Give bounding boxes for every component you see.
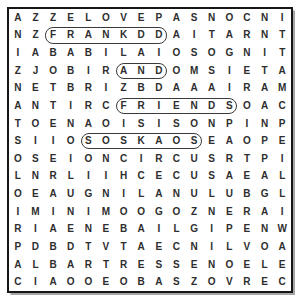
grid-cell[interactable]: V — [238, 238, 256, 256]
grid-cell[interactable]: N — [27, 168, 45, 186]
grid-cell[interactable]: O — [221, 9, 239, 27]
grid-cell[interactable]: A — [256, 203, 274, 221]
grid-cell[interactable]: A — [256, 80, 274, 98]
grid-cell[interactable]: D — [27, 238, 45, 256]
grid-cell[interactable]: K — [115, 27, 133, 45]
grid-cell[interactable]: B — [132, 273, 150, 291]
grid-cell[interactable]: I — [150, 115, 168, 133]
grid-cell[interactable]: E — [238, 221, 256, 239]
grid-cell[interactable]: N — [185, 97, 203, 115]
grid-cell[interactable]: G — [80, 185, 98, 203]
grid-cell[interactable]: E — [168, 97, 186, 115]
grid-cell[interactable]: E — [185, 256, 203, 274]
grid-cell[interactable]: B — [44, 44, 62, 62]
grid-cell[interactable]: B — [44, 256, 62, 274]
grid-cell[interactable]: O — [9, 150, 27, 168]
grid-cell[interactable]: D — [150, 27, 168, 45]
grid-cell[interactable]: Z — [27, 9, 45, 27]
grid-cell[interactable]: O — [97, 115, 115, 133]
grid-cell[interactable]: I — [115, 185, 133, 203]
grid-cell[interactable]: O — [115, 273, 133, 291]
grid-cell[interactable]: E — [132, 256, 150, 274]
grid-cell[interactable]: C — [115, 150, 133, 168]
grid-cell[interactable]: S — [203, 62, 221, 80]
grid-cell[interactable]: E — [273, 132, 291, 150]
grid-cell[interactable]: O — [185, 115, 203, 133]
grid-cell[interactable]: U — [62, 185, 80, 203]
grid-cell[interactable]: N — [238, 44, 256, 62]
grid-cell[interactable]: B — [80, 44, 98, 62]
grid-cell[interactable]: L — [132, 185, 150, 203]
grid-cell[interactable]: E — [273, 256, 291, 274]
grid-cell[interactable]: O — [203, 273, 221, 291]
grid-cell[interactable]: A — [132, 44, 150, 62]
grid-cell[interactable]: N — [97, 150, 115, 168]
grid-cell[interactable]: I — [203, 221, 221, 239]
grid-cell[interactable]: S — [203, 150, 221, 168]
grid-cell[interactable]: E — [238, 168, 256, 186]
grid-cell[interactable]: N — [132, 62, 150, 80]
grid-cell[interactable]: K — [132, 132, 150, 150]
grid-cell[interactable]: T — [273, 27, 291, 45]
grid-cell[interactable]: A — [256, 168, 274, 186]
grid-cell[interactable]: W — [273, 221, 291, 239]
grid-cell[interactable]: I — [44, 132, 62, 150]
grid-cell[interactable]: T — [80, 238, 98, 256]
word-search-page: AZZELOVEPASNOCNINZFRANKDDAITARNTIABABILA… — [0, 0, 300, 300]
grid-cell[interactable]: I — [80, 62, 98, 80]
grid-cell[interactable]: R — [150, 150, 168, 168]
grid-cell[interactable]: J — [27, 62, 45, 80]
grid-cell[interactable]: C — [97, 97, 115, 115]
grid-cell[interactable]: B — [115, 221, 133, 239]
grid-cell[interactable]: N — [203, 9, 221, 27]
grid-cell[interactable]: I — [273, 150, 291, 168]
grid-cell[interactable]: A — [168, 9, 186, 27]
grid-cell[interactable]: N — [9, 80, 27, 98]
grid-cell[interactable]: N — [203, 115, 221, 133]
grid-cell[interactable]: A — [221, 132, 239, 150]
grid-cell[interactable]: E — [238, 62, 256, 80]
grid-cell[interactable]: Z — [115, 80, 133, 98]
grid-cell[interactable]: O — [80, 273, 98, 291]
grid-cell[interactable]: I — [27, 221, 45, 239]
grid-cell[interactable]: A — [44, 221, 62, 239]
grid-cell[interactable]: G — [221, 44, 239, 62]
grid-cell[interactable]: A — [150, 273, 168, 291]
grid-cell[interactable]: A — [185, 80, 203, 98]
grid-cell[interactable]: O — [62, 132, 80, 150]
grid-cell[interactable]: N — [97, 27, 115, 45]
grid-cell[interactable]: R — [238, 27, 256, 45]
grid-cell[interactable]: A — [168, 80, 186, 98]
grid-cell[interactable]: T — [44, 97, 62, 115]
grid-cell[interactable]: N — [185, 238, 203, 256]
grid-cell[interactable]: B — [132, 80, 150, 98]
grid-cell[interactable]: T — [273, 44, 291, 62]
grid-cell[interactable]: A — [9, 97, 27, 115]
grid-cell[interactable]: A — [221, 27, 239, 45]
grid-cell[interactable]: O — [62, 273, 80, 291]
grid-cell[interactable]: D — [150, 62, 168, 80]
grid-cell[interactable]: L — [9, 168, 27, 186]
grid-cell[interactable]: E — [44, 150, 62, 168]
grid-cell[interactable]: D — [62, 238, 80, 256]
grid-cell[interactable]: C — [168, 238, 186, 256]
grid-cell[interactable]: O — [256, 238, 274, 256]
grid-cell[interactable]: I — [97, 80, 115, 98]
grid-cell[interactable]: M — [273, 80, 291, 98]
grid-cell[interactable]: V — [97, 238, 115, 256]
grid-cell[interactable]: B — [44, 238, 62, 256]
grid-cell[interactable]: N — [256, 115, 274, 133]
grid-cell[interactable]: T — [44, 80, 62, 98]
grid-cell[interactable]: M — [27, 203, 45, 221]
grid-cell[interactable]: S — [185, 9, 203, 27]
grid-cell[interactable]: A — [221, 168, 239, 186]
grid-cell[interactable]: E — [150, 238, 168, 256]
grid-cell[interactable]: E — [132, 9, 150, 27]
grid-cell[interactable]: S — [168, 115, 186, 133]
grid-cell[interactable]: U — [185, 150, 203, 168]
grid-cell[interactable]: E — [221, 203, 239, 221]
grid-cell[interactable]: S — [203, 168, 221, 186]
grid-cell[interactable]: C — [132, 168, 150, 186]
grid-cell[interactable]: O — [115, 203, 133, 221]
grid-cell[interactable]: R — [132, 97, 150, 115]
grid-cell[interactable]: O — [203, 44, 221, 62]
grid-cell[interactable]: S — [150, 256, 168, 274]
grid-cell[interactable]: D — [132, 27, 150, 45]
grid-cell[interactable]: T — [256, 62, 274, 80]
grid-cell[interactable]: E — [44, 115, 62, 133]
grid-cell[interactable]: I — [97, 168, 115, 186]
grid-cell[interactable]: I — [80, 168, 98, 186]
grid-cell[interactable]: L — [203, 185, 221, 203]
grid-cell[interactable]: S — [27, 150, 45, 168]
grid-cell[interactable]: I — [273, 203, 291, 221]
grid-cell[interactable]: E — [150, 168, 168, 186]
grid-cell[interactable]: O — [168, 44, 186, 62]
grid-cell[interactable]: I — [150, 97, 168, 115]
grid-cell[interactable]: N — [9, 27, 27, 45]
grid-cell[interactable]: A — [273, 62, 291, 80]
grid-cell[interactable]: P — [256, 132, 274, 150]
grid-cell[interactable]: T — [9, 115, 27, 133]
grid-cell[interactable]: P — [150, 9, 168, 27]
grid-cell[interactable]: S — [80, 132, 98, 150]
grid-cell[interactable]: R — [238, 203, 256, 221]
grid-cell[interactable]: I — [27, 132, 45, 150]
word-search-board: AZZELOVEPASNOCNINZFRANKDDAITARNTIABABILA… — [7, 7, 293, 293]
grid-cell[interactable]: I — [80, 203, 98, 221]
grid-cell[interactable]: V — [115, 9, 133, 27]
grid-cell[interactable]: N — [203, 203, 221, 221]
grid-cell[interactable]: S — [9, 132, 27, 150]
grid-cell[interactable]: A — [27, 44, 45, 62]
grid-cell[interactable]: L — [62, 168, 80, 186]
grid-cell[interactable]: C — [238, 9, 256, 27]
grid-cell[interactable]: I — [132, 150, 150, 168]
grid-cell[interactable]: C — [9, 273, 27, 291]
letter-grid: AZZELOVEPASNOCNINZFRANKDDAITARNTIABABILA… — [9, 9, 291, 291]
grid-cell[interactable]: R — [44, 168, 62, 186]
grid-cell[interactable]: F — [115, 97, 133, 115]
grid-cell[interactable]: O — [97, 132, 115, 150]
grid-cell[interactable]: A — [273, 238, 291, 256]
grid-cell[interactable]: D — [203, 97, 221, 115]
grid-cell[interactable]: Z — [27, 27, 45, 45]
grid-cell[interactable]: U — [185, 168, 203, 186]
grid-cell[interactable]: E — [203, 132, 221, 150]
grid-cell[interactable]: C — [168, 168, 186, 186]
grid-cell[interactable]: A — [44, 273, 62, 291]
grid-cell[interactable]: A — [62, 256, 80, 274]
grid-cell[interactable]: O — [168, 203, 186, 221]
grid-cell[interactable]: T — [238, 150, 256, 168]
grid-cell[interactable]: L — [221, 238, 239, 256]
grid-cell[interactable]: U — [221, 185, 239, 203]
grid-cell[interactable]: P — [256, 150, 274, 168]
grid-cell[interactable]: I — [185, 27, 203, 45]
grid-cell[interactable]: O — [27, 115, 45, 133]
grid-cell[interactable]: B — [62, 62, 80, 80]
grid-cell[interactable]: I — [9, 44, 27, 62]
grid-cell[interactable]: O — [9, 185, 27, 203]
grid-cell[interactable]: I — [62, 97, 80, 115]
grid-cell[interactable]: A — [44, 185, 62, 203]
grid-cell[interactable]: P — [273, 115, 291, 133]
grid-cell[interactable]: N — [80, 221, 98, 239]
grid-cell[interactable]: F — [44, 27, 62, 45]
grid-cell[interactable]: I — [238, 115, 256, 133]
grid-cell[interactable]: C — [273, 273, 291, 291]
grid-cell[interactable]: S — [168, 273, 186, 291]
grid-cell[interactable]: M — [97, 203, 115, 221]
grid-cell[interactable]: A — [168, 27, 186, 45]
grid-cell[interactable]: R — [115, 256, 133, 274]
grid-cell[interactable]: A — [150, 132, 168, 150]
grid-cell[interactable]: A — [9, 256, 27, 274]
grid-cell[interactable]: I — [115, 115, 133, 133]
grid-cell[interactable]: I — [27, 273, 45, 291]
grid-cell[interactable]: R — [238, 273, 256, 291]
grid-cell[interactable]: M — [185, 62, 203, 80]
grid-cell[interactable]: P — [221, 115, 239, 133]
grid-cell[interactable]: O — [238, 132, 256, 150]
grid-cell[interactable]: N — [62, 203, 80, 221]
grid-cell[interactable]: I — [150, 221, 168, 239]
grid-cell[interactable]: G — [256, 185, 274, 203]
grid-cell[interactable]: D — [150, 80, 168, 98]
grid-cell[interactable]: A — [80, 115, 98, 133]
grid-cell[interactable]: C — [273, 97, 291, 115]
grid-cell[interactable]: I — [221, 62, 239, 80]
grid-cell[interactable]: G — [150, 203, 168, 221]
grid-cell[interactable]: N — [203, 256, 221, 274]
grid-cell[interactable]: B — [238, 185, 256, 203]
grid-cell[interactable]: N — [27, 97, 45, 115]
grid-cell[interactable]: S — [185, 44, 203, 62]
grid-cell[interactable]: R — [80, 80, 98, 98]
grid-cell[interactable]: I — [44, 203, 62, 221]
grid-cell[interactable]: B — [62, 80, 80, 98]
grid-cell[interactable]: E — [256, 273, 274, 291]
grid-cell[interactable]: I — [62, 150, 80, 168]
grid-cell[interactable]: T — [97, 256, 115, 274]
grid-cell[interactable]: O — [97, 9, 115, 27]
grid-cell[interactable]: L — [168, 221, 186, 239]
grid-cell[interactable]: P — [221, 221, 239, 239]
grid-cell[interactable]: L — [273, 168, 291, 186]
grid-cell[interactable]: A — [62, 44, 80, 62]
grid-cell[interactable]: T — [115, 238, 133, 256]
grid-cell[interactable]: Z — [185, 273, 203, 291]
grid-cell[interactable]: L — [80, 9, 98, 27]
grid-cell[interactable]: R — [221, 150, 239, 168]
grid-cell[interactable]: E — [27, 80, 45, 98]
grid-cell[interactable]: E — [97, 221, 115, 239]
grid-cell[interactable]: A — [150, 185, 168, 203]
grid-cell[interactable]: T — [203, 27, 221, 45]
grid-cell[interactable]: N — [256, 27, 274, 45]
grid-cell[interactable]: A — [115, 62, 133, 80]
grid-cell[interactable]: A — [132, 238, 150, 256]
grid-cell[interactable]: N — [62, 115, 80, 133]
grid-cell[interactable]: R — [80, 97, 98, 115]
grid-cell[interactable]: S — [168, 256, 186, 274]
grid-cell[interactable]: I — [256, 44, 274, 62]
grid-cell[interactable]: L — [273, 185, 291, 203]
grid-cell[interactable]: L — [27, 256, 45, 274]
grid-cell[interactable]: A — [132, 221, 150, 239]
grid-cell[interactable]: I — [221, 80, 239, 98]
grid-cell[interactable]: I — [203, 238, 221, 256]
grid-cell[interactable]: U — [185, 185, 203, 203]
grid-cell[interactable]: N — [168, 185, 186, 203]
grid-cell[interactable]: V — [221, 273, 239, 291]
grid-cell[interactable]: N — [97, 185, 115, 203]
grid-cell[interactable]: C — [168, 150, 186, 168]
grid-cell[interactable]: R — [62, 27, 80, 45]
grid-cell[interactable]: L — [115, 44, 133, 62]
grid-cell[interactable]: N — [256, 9, 274, 27]
grid-cell[interactable]: E — [97, 273, 115, 291]
grid-cell[interactable]: O — [168, 132, 186, 150]
grid-cell[interactable]: A — [203, 80, 221, 98]
grid-cell[interactable]: S — [221, 97, 239, 115]
grid-cell[interactable]: S — [185, 132, 203, 150]
grid-cell[interactable]: O — [132, 203, 150, 221]
grid-cell[interactable]: N — [256, 221, 274, 239]
grid-cell[interactable]: L — [256, 256, 274, 274]
grid-cell[interactable]: P — [9, 238, 27, 256]
grid-cell[interactable]: E — [27, 185, 45, 203]
grid-cell[interactable]: R — [238, 80, 256, 98]
grid-cell[interactable]: A — [256, 97, 274, 115]
grid-cell[interactable]: E — [62, 9, 80, 27]
grid-cell[interactable]: E — [238, 256, 256, 274]
grid-cell[interactable]: A — [9, 9, 27, 27]
grid-cell[interactable]: E — [62, 221, 80, 239]
grid-cell[interactable]: Z — [185, 203, 203, 221]
grid-cell[interactable]: I — [273, 9, 291, 27]
grid-cell[interactable]: Z — [9, 62, 27, 80]
grid-cell[interactable]: S — [132, 115, 150, 133]
grid-cell[interactable]: O — [238, 97, 256, 115]
grid-cell[interactable]: Z — [44, 9, 62, 27]
grid-cell[interactable]: I — [9, 203, 27, 221]
grid-cell[interactable]: G — [185, 221, 203, 239]
grid-cell[interactable]: R — [9, 221, 27, 239]
grid-cell[interactable]: O — [80, 150, 98, 168]
grid-cell[interactable]: O — [168, 62, 186, 80]
grid-cell[interactable]: R — [97, 62, 115, 80]
grid-cell[interactable]: O — [221, 256, 239, 274]
grid-cell[interactable]: I — [150, 44, 168, 62]
grid-cell[interactable]: S — [115, 132, 133, 150]
grid-cell[interactable]: O — [44, 62, 62, 80]
grid-cell[interactable]: A — [80, 27, 98, 45]
grid-cell[interactable]: H — [115, 168, 133, 186]
grid-cell[interactable]: I — [97, 44, 115, 62]
grid-cell[interactable]: R — [80, 256, 98, 274]
